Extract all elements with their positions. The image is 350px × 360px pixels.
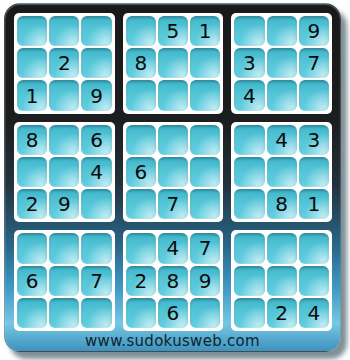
sudoku-box-5: 67 (123, 122, 224, 223)
cell-r9c8[interactable]: 2 (267, 298, 297, 328)
cell-r4c2[interactable] (49, 125, 79, 155)
cell-r4c4[interactable] (126, 125, 156, 155)
cell-r9c9[interactable]: 4 (299, 298, 329, 328)
cell-r6c9[interactable]: 1 (299, 189, 329, 219)
cell-r1c2[interactable] (49, 16, 79, 46)
cell-r3c6[interactable] (190, 80, 220, 110)
cell-r6c8[interactable]: 8 (267, 189, 297, 219)
cell-r7c6[interactable]: 7 (190, 233, 220, 263)
cell-r5c1[interactable] (17, 157, 47, 187)
cell-r7c1[interactable] (17, 233, 47, 263)
cell-r4c3[interactable]: 6 (81, 125, 111, 155)
cell-r5c3[interactable]: 4 (81, 157, 111, 187)
cell-r9c7[interactable] (234, 298, 264, 328)
cell-r7c3[interactable] (81, 233, 111, 263)
cell-r6c4[interactable] (126, 189, 156, 219)
cell-r6c5[interactable]: 7 (158, 189, 188, 219)
sudoku-box-8: 472896 (123, 230, 224, 331)
cell-r8c8[interactable] (267, 266, 297, 296)
cell-r5c9[interactable] (299, 157, 329, 187)
cell-r1c9[interactable]: 9 (299, 16, 329, 46)
cell-r2c4[interactable]: 8 (126, 48, 156, 78)
cell-r4c7[interactable] (234, 125, 264, 155)
cell-r1c4[interactable] (126, 16, 156, 46)
cell-r5c6[interactable] (190, 157, 220, 187)
cell-r1c1[interactable] (17, 16, 47, 46)
cell-r8c5[interactable]: 8 (158, 266, 188, 296)
cell-r1c5[interactable]: 5 (158, 16, 188, 46)
cell-r5c4[interactable]: 6 (126, 157, 156, 187)
cell-r6c1[interactable]: 2 (17, 189, 47, 219)
sudoku-box-6: 4381 (231, 122, 332, 223)
cell-r8c2[interactable] (49, 266, 79, 296)
cell-r4c9[interactable]: 3 (299, 125, 329, 155)
cell-r6c6[interactable] (190, 189, 220, 219)
cell-r7c5[interactable]: 4 (158, 233, 188, 263)
cell-r9c6[interactable] (190, 298, 220, 328)
cell-r6c2[interactable]: 9 (49, 189, 79, 219)
cell-r2c5[interactable] (158, 48, 188, 78)
cell-r1c6[interactable]: 1 (190, 16, 220, 46)
cell-r2c2[interactable]: 2 (49, 48, 79, 78)
sudoku-box-4: 86429 (14, 122, 115, 223)
cell-r9c4[interactable] (126, 298, 156, 328)
sudoku-grid: 2195189374864296743816747289624 (14, 13, 332, 331)
sudoku-box-2: 518 (123, 13, 224, 114)
cell-r5c5[interactable] (158, 157, 188, 187)
cell-r8c9[interactable] (299, 266, 329, 296)
cell-r7c4[interactable] (126, 233, 156, 263)
cell-r4c5[interactable] (158, 125, 188, 155)
cell-r9c2[interactable] (49, 298, 79, 328)
cell-r3c9[interactable] (299, 80, 329, 110)
cell-r2c3[interactable] (81, 48, 111, 78)
cell-r6c7[interactable] (234, 189, 264, 219)
cell-r9c3[interactable] (81, 298, 111, 328)
cell-r8c6[interactable]: 9 (190, 266, 220, 296)
cell-r9c5[interactable]: 6 (158, 298, 188, 328)
cell-r3c2[interactable] (49, 80, 79, 110)
cell-r8c1[interactable]: 6 (17, 266, 47, 296)
cell-r8c7[interactable] (234, 266, 264, 296)
cell-r6c3[interactable] (81, 189, 111, 219)
cell-r3c1[interactable]: 1 (17, 80, 47, 110)
footer-link[interactable]: www.sudokusweb.com (14, 331, 331, 351)
cell-r4c8[interactable]: 4 (267, 125, 297, 155)
sudoku-board: 2195189374864296743816747289624 www.sudo… (4, 3, 341, 352)
cell-r9c1[interactable] (17, 298, 47, 328)
cell-r4c1[interactable]: 8 (17, 125, 47, 155)
cell-r7c2[interactable] (49, 233, 79, 263)
cell-r3c5[interactable] (158, 80, 188, 110)
cell-r2c1[interactable] (17, 48, 47, 78)
cell-r2c8[interactable] (267, 48, 297, 78)
cell-r2c6[interactable] (190, 48, 220, 78)
cell-r1c7[interactable] (234, 16, 264, 46)
cell-r3c3[interactable]: 9 (81, 80, 111, 110)
cell-r7c7[interactable] (234, 233, 264, 263)
sudoku-box-7: 67 (14, 230, 115, 331)
cell-r2c9[interactable]: 7 (299, 48, 329, 78)
cell-r1c3[interactable] (81, 16, 111, 46)
cell-r2c7[interactable]: 3 (234, 48, 264, 78)
cell-r1c8[interactable] (267, 16, 297, 46)
cell-r7c9[interactable] (299, 233, 329, 263)
sudoku-box-9: 24 (231, 230, 332, 331)
cell-r3c4[interactable] (126, 80, 156, 110)
sudoku-box-1: 219 (14, 13, 115, 114)
cell-r5c8[interactable] (267, 157, 297, 187)
cell-r8c3[interactable]: 7 (81, 266, 111, 296)
page: 2195189374864296743816747289624 www.sudo… (0, 0, 350, 360)
cell-r7c8[interactable] (267, 233, 297, 263)
cell-r5c2[interactable] (49, 157, 79, 187)
cell-r5c7[interactable] (234, 157, 264, 187)
cell-r8c4[interactable]: 2 (126, 266, 156, 296)
sudoku-box-3: 9374 (231, 13, 332, 114)
cell-r3c7[interactable]: 4 (234, 80, 264, 110)
cell-r3c8[interactable] (267, 80, 297, 110)
cell-r4c6[interactable] (190, 125, 220, 155)
